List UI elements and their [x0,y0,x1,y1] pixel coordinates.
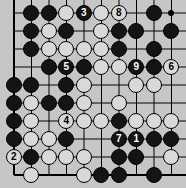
board-cell [40,148,58,166]
board-cell [93,112,111,130]
white-stone [93,113,109,129]
board-cell [5,130,23,148]
board-cell: 6 [163,58,181,76]
white-stone [41,131,57,147]
board-cell [5,40,23,58]
board-cell [128,4,146,22]
board-cell [58,148,76,166]
board-cell [58,22,76,40]
white-stone [93,59,109,75]
white-stone [23,113,39,129]
board-cell [5,58,23,76]
white-stone [58,149,74,165]
white-stone-move-8: 8 [111,5,127,21]
board-cell [145,148,163,166]
white-stone [23,95,39,111]
white-stone-move-2: 2 [6,149,22,165]
board-cell [75,112,93,130]
white-stone [146,77,162,93]
black-stone [58,95,74,111]
white-stone [111,95,127,111]
black-stone [146,5,162,21]
board-cell [163,22,181,40]
board-cell [93,76,111,94]
board-cell [93,22,111,40]
board-cell [145,166,163,184]
board-cell [40,4,58,22]
black-stone-move-3: 3 [76,5,92,21]
board-cell [145,22,163,40]
board-cell [93,130,111,148]
board-cell [163,76,181,94]
black-stone [41,95,57,111]
black-stone [111,41,127,57]
black-stone [128,23,144,39]
board-cell [40,76,58,94]
board-cell [75,166,93,184]
board-cell: 1 [128,130,146,148]
board-cell [5,76,23,94]
board-cell: 2 [5,148,23,166]
star-point [168,10,174,16]
board-cell [23,22,41,40]
board-cell [75,58,93,76]
board-cell [5,112,23,130]
board-cell [128,112,146,130]
board-cell [128,94,146,112]
white-stone [23,131,39,147]
board-cell [40,40,58,58]
board-cell [110,94,128,112]
black-stone [6,77,22,93]
black-stone [6,131,22,147]
board-cell [163,94,181,112]
white-stone [128,77,144,93]
board-cell [23,4,41,22]
board-cell [128,22,146,40]
black-stone [163,131,179,147]
black-stone-move-7: 7 [111,131,127,147]
white-stone [76,77,92,93]
board-cell [110,22,128,40]
board-cell [110,76,128,94]
white-stone [76,41,92,57]
board-cell [58,130,76,148]
board-cell [163,166,181,184]
board-cell [93,4,111,22]
board-cell: 3 [75,4,93,22]
black-stone [6,113,22,129]
board-cell [75,94,93,112]
black-stone-move-9: 9 [128,59,144,75]
board-cell [40,22,58,40]
board-cell [93,40,111,58]
board-cell [23,148,41,166]
black-stone [146,59,162,75]
black-stone [41,59,57,75]
white-stone [93,23,109,39]
black-stone [23,77,39,93]
board-cell [93,148,111,166]
white-stone-move-6: 6 [163,59,179,75]
board-cell [5,4,23,22]
board-cell [93,58,111,76]
black-stone [146,41,162,57]
board-cell [163,130,181,148]
black-stone [58,77,74,93]
white-stone [163,113,179,129]
board-cell [58,40,76,58]
white-stone [41,23,57,39]
board-cell [128,166,146,184]
board-cell [128,40,146,58]
black-stone [111,167,127,183]
board-cell [75,130,93,148]
board-cell [145,112,163,130]
board-cell [75,22,93,40]
white-stone [93,41,109,57]
board-cell [128,148,146,166]
board-cell [23,166,41,184]
black-stone [111,23,127,39]
board-cell [23,76,41,94]
black-stone [23,41,39,57]
white-stone [23,167,39,183]
black-stone-move-5: 5 [58,59,74,75]
board-cell [145,76,163,94]
black-stone [128,149,144,165]
board-cell [5,22,23,40]
board-cell [75,148,93,166]
board-cell [75,76,93,94]
board-cell [58,4,76,22]
go-board: 385964712 [0,0,186,188]
board-cell [5,94,23,112]
black-stone [93,167,109,183]
board-cell [58,166,76,184]
white-stone [41,149,57,165]
board-cell [75,40,93,58]
board-cell [40,166,58,184]
black-stone [146,131,162,147]
black-stone [58,131,74,147]
board-intersections: 385964712 [5,4,180,184]
black-stone [23,149,39,165]
board-cell [40,58,58,76]
board-cell [163,148,181,166]
board-cell [145,40,163,58]
board-cell [93,166,111,184]
board-cell [145,130,163,148]
board-cell [110,58,128,76]
board-cell [23,112,41,130]
white-stone [58,5,74,21]
white-stone [111,59,127,75]
board-cell [58,76,76,94]
white-stone [93,5,109,21]
black-stone [76,59,92,75]
white-stone [76,95,92,111]
board-cell [163,4,181,22]
board-cell [110,40,128,58]
black-stone [111,149,127,165]
black-stone [6,95,22,111]
black-stone [111,113,127,129]
board-cell [128,76,146,94]
board-cell [40,112,58,130]
board-cell [40,130,58,148]
board-cell [93,94,111,112]
board-cell [23,40,41,58]
board-cell [110,166,128,184]
board-cell [163,40,181,58]
board-cell [110,148,128,166]
white-stone [76,113,92,129]
black-stone [58,23,74,39]
board-cell [23,58,41,76]
black-stone [146,167,162,183]
board-cell [145,58,163,76]
board-cell [5,166,23,184]
black-stone [163,23,179,39]
board-cell: 8 [110,4,128,22]
board-cell [110,112,128,130]
board-cell: 7 [110,130,128,148]
white-stone [76,167,92,183]
black-stone [41,5,57,21]
board-cell [58,94,76,112]
black-stone [23,23,39,39]
white-stone [58,41,74,57]
white-stone [163,149,179,165]
board-cell: 5 [58,58,76,76]
board-cell [40,94,58,112]
board-cell [163,112,181,130]
white-stone-move-4: 4 [58,113,74,129]
board-cell [145,94,163,112]
black-stone-move-1: 1 [128,131,144,147]
white-stone [128,113,144,129]
white-stone [76,149,92,165]
white-stone [146,113,162,129]
board-cell [23,130,41,148]
white-stone [41,41,57,57]
black-stone [23,5,39,21]
board-cell [23,94,41,112]
board-cell [145,4,163,22]
board-cell: 9 [128,58,146,76]
board-cell: 4 [58,112,76,130]
